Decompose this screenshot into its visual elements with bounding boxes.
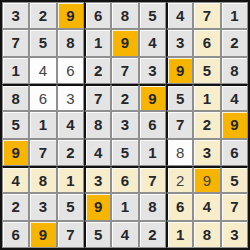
cell-r7c6[interactable]: 7	[139, 166, 166, 193]
cell-r4c3[interactable]: 3	[57, 84, 84, 111]
cell-r8c9[interactable]: 7	[221, 193, 248, 220]
cell-r5c8[interactable]: 2	[193, 111, 220, 138]
cell-r4c2[interactable]: 6	[29, 84, 56, 111]
cell-r9c9[interactable]: 3	[221, 221, 248, 248]
cell-r1c7[interactable]: 4	[166, 2, 193, 29]
cell-r9c1[interactable]: 6	[2, 221, 29, 248]
cell-r6c5[interactable]: 5	[111, 139, 138, 166]
cell-r3c5[interactable]: 7	[111, 57, 138, 84]
cell-r1c8[interactable]: 7	[193, 2, 220, 29]
cell-r7c2[interactable]: 8	[29, 166, 56, 193]
cell-r2c3[interactable]: 8	[57, 29, 84, 56]
cell-r5c5[interactable]: 3	[111, 111, 138, 138]
cell-r3c9[interactable]: 8	[221, 57, 248, 84]
cell-r5c3[interactable]: 4	[57, 111, 84, 138]
cell-r1c9[interactable]: 1	[221, 2, 248, 29]
cell-r1c3[interactable]: 9	[57, 2, 84, 29]
cell-r2c5[interactable]: 9	[111, 29, 138, 56]
cell-r1c6[interactable]: 5	[139, 2, 166, 29]
cell-r9c8[interactable]: 8	[193, 221, 220, 248]
cell-r2c9[interactable]: 2	[221, 29, 248, 56]
cell-r6c8[interactable]: 3	[193, 139, 220, 166]
cell-r4c5[interactable]: 2	[111, 84, 138, 111]
cell-r4c4[interactable]: 7	[84, 84, 111, 111]
cell-r2c7[interactable]: 3	[166, 29, 193, 56]
cell-r8c3[interactable]: 5	[57, 193, 84, 220]
cell-r9c7[interactable]: 1	[166, 221, 193, 248]
cell-r1c2[interactable]: 2	[29, 2, 56, 29]
cell-r3c7[interactable]: 9	[166, 57, 193, 84]
cell-r4c8[interactable]: 1	[193, 84, 220, 111]
cell-r6c9[interactable]: 6	[221, 139, 248, 166]
cell-r9c4[interactable]: 5	[84, 221, 111, 248]
cell-r6c4[interactable]: 4	[84, 139, 111, 166]
cell-r5c9[interactable]: 9	[221, 111, 248, 138]
cell-r6c1[interactable]: 9	[2, 139, 29, 166]
cell-r7c1[interactable]: 4	[2, 166, 29, 193]
cell-r7c7[interactable]: 2	[166, 166, 193, 193]
cell-r3c4[interactable]: 2	[84, 57, 111, 84]
cell-r2c2[interactable]: 5	[29, 29, 56, 56]
cell-r5c2[interactable]: 1	[29, 111, 56, 138]
cell-r2c1[interactable]: 7	[2, 29, 29, 56]
cell-r7c5[interactable]: 6	[111, 166, 138, 193]
cell-r9c3[interactable]: 7	[57, 221, 84, 248]
cell-r3c2[interactable]: 4	[29, 57, 56, 84]
cell-r4c6[interactable]: 9	[139, 84, 166, 111]
cell-r1c5[interactable]: 8	[111, 2, 138, 29]
cell-r6c7[interactable]: 8	[166, 139, 193, 166]
cell-r1c1[interactable]: 3	[2, 2, 29, 29]
cell-r1c4[interactable]: 6	[84, 2, 111, 29]
cell-r2c4[interactable]: 1	[84, 29, 111, 56]
cell-r3c1[interactable]: 1	[2, 57, 29, 84]
cell-r3c3[interactable]: 6	[57, 57, 84, 84]
cell-r8c7[interactable]: 6	[166, 193, 193, 220]
cell-r4c7[interactable]: 5	[166, 84, 193, 111]
cell-r8c5[interactable]: 1	[111, 193, 138, 220]
cell-r4c1[interactable]: 8	[2, 84, 29, 111]
cell-r2c6[interactable]: 4	[139, 29, 166, 56]
cell-r5c7[interactable]: 7	[166, 111, 193, 138]
cell-r7c4[interactable]: 3	[84, 166, 111, 193]
cell-r2c8[interactable]: 6	[193, 29, 220, 56]
cell-r9c6[interactable]: 2	[139, 221, 166, 248]
cell-r8c2[interactable]: 3	[29, 193, 56, 220]
cell-r8c6[interactable]: 8	[139, 193, 166, 220]
cell-r4c9[interactable]: 4	[221, 84, 248, 111]
cell-r8c8[interactable]: 4	[193, 193, 220, 220]
cell-r6c6[interactable]: 1	[139, 139, 166, 166]
cell-r7c8[interactable]: 9	[193, 166, 220, 193]
cell-r9c2[interactable]: 9	[29, 221, 56, 248]
cell-r5c4[interactable]: 8	[84, 111, 111, 138]
cell-r3c8[interactable]: 5	[193, 57, 220, 84]
cell-r6c2[interactable]: 7	[29, 139, 56, 166]
cell-r9c5[interactable]: 4	[111, 221, 138, 248]
cell-r8c1[interactable]: 2	[2, 193, 29, 220]
cell-r7c9[interactable]: 5	[221, 166, 248, 193]
cell-r7c3[interactable]: 1	[57, 166, 84, 193]
cell-r3c6[interactable]: 3	[139, 57, 166, 84]
sudoku-board: 3296854717581943621462739588637295145148…	[0, 0, 250, 250]
cell-r6c3[interactable]: 2	[57, 139, 84, 166]
cell-r5c1[interactable]: 5	[2, 111, 29, 138]
cell-r8c4[interactable]: 9	[84, 193, 111, 220]
cell-r5c6[interactable]: 6	[139, 111, 166, 138]
